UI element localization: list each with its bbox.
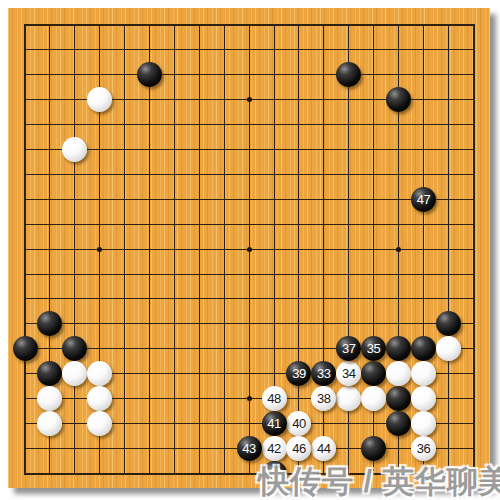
stone-white-42[interactable]: 42 [262, 436, 287, 461]
move-number: 39 [292, 367, 305, 380]
grid-line-vertical [298, 25, 299, 473]
stone-black[interactable] [13, 336, 38, 361]
move-number: 43 [242, 442, 255, 455]
star-point [247, 97, 252, 102]
stone-white[interactable] [87, 411, 112, 436]
move-number: 35 [367, 342, 380, 355]
stone-white[interactable] [361, 386, 386, 411]
stone-black[interactable] [411, 336, 436, 361]
stone-black-41[interactable]: 41 [262, 411, 287, 436]
stone-white-36[interactable]: 36 [411, 436, 436, 461]
page: 33343536373839404142434445464748 快传号 / 英… [0, 0, 500, 500]
stone-white[interactable] [386, 361, 411, 386]
move-number: 40 [292, 417, 305, 430]
star-point [247, 396, 252, 401]
move-number: 46 [292, 442, 305, 455]
stone-black[interactable] [361, 436, 386, 461]
move-number: 48 [267, 392, 280, 405]
stone-white[interactable] [411, 361, 436, 386]
move-number: 47 [417, 193, 430, 206]
stone-white[interactable] [411, 411, 436, 436]
move-number: 41 [267, 417, 280, 430]
stone-black[interactable] [386, 386, 411, 411]
move-number: 33 [317, 367, 330, 380]
move-number: 44 [317, 442, 330, 455]
watermark-text: 快传号 / 英华聊美食 [258, 461, 500, 500]
stone-white-48[interactable]: 48 [262, 386, 287, 411]
grid-line-horizontal [25, 323, 473, 324]
grid-line-horizontal [25, 274, 473, 275]
grid-line-vertical [448, 25, 449, 473]
stone-black[interactable] [386, 411, 411, 436]
move-number: 42 [267, 442, 280, 455]
stone-black[interactable] [436, 311, 461, 336]
stone-white[interactable] [436, 336, 461, 361]
star-point [247, 247, 252, 252]
stone-black-47[interactable]: 47 [411, 187, 436, 212]
grid-line-horizontal [25, 298, 473, 299]
star-point [97, 247, 102, 252]
go-board[interactable]: 33343536373839404142434445464748 [8, 8, 490, 488]
move-number: 36 [417, 442, 430, 455]
stone-black-43[interactable]: 43 [237, 436, 262, 461]
move-number: 38 [317, 392, 330, 405]
move-number: 34 [342, 367, 355, 380]
star-point [396, 247, 401, 252]
move-number: 37 [342, 342, 355, 355]
stone-white-44[interactable]: 44 [311, 436, 336, 461]
stone-white[interactable] [411, 386, 436, 411]
